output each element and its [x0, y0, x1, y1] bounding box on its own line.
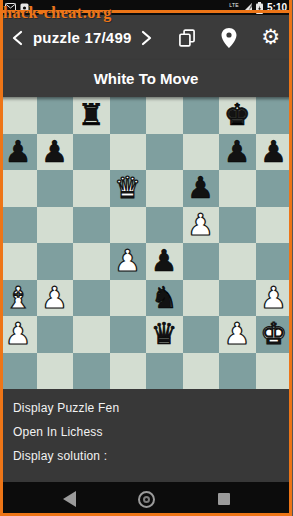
square-f6[interactable]: ♟: [183, 170, 220, 207]
square-d4[interactable]: ♟: [110, 243, 147, 280]
square-b2[interactable]: [37, 316, 74, 353]
square-c3[interactable]: [73, 280, 110, 317]
square-c5[interactable]: [73, 207, 110, 244]
square-e7[interactable]: [146, 134, 183, 171]
square-g3[interactable]: [219, 280, 256, 317]
square-d1[interactable]: [110, 353, 147, 390]
square-a2[interactable]: ♟: [0, 316, 37, 353]
black-rook[interactable]: ♜: [78, 100, 105, 130]
white-pawn[interactable]: ♟: [5, 319, 32, 349]
square-a8[interactable]: [0, 97, 37, 134]
square-e6[interactable]: [146, 170, 183, 207]
square-a7[interactable]: ♟: [0, 134, 37, 171]
square-h5[interactable]: [256, 207, 293, 244]
square-e3[interactable]: ♞: [146, 280, 183, 317]
square-h1[interactable]: [256, 353, 293, 390]
square-f2[interactable]: [183, 316, 220, 353]
white-pawn[interactable]: ♟: [260, 283, 287, 313]
square-d8[interactable]: [110, 97, 147, 134]
status-bar: LTE 5:10: [0, 0, 292, 15]
chess-board: ♜♚♟♟♟♟♛♟♟♟♟♝♟♞♟♟♛♟♚: [0, 97, 292, 389]
square-g2[interactable]: ♟: [219, 316, 256, 353]
square-e5[interactable]: [146, 207, 183, 244]
square-h3[interactable]: ♟: [256, 280, 293, 317]
square-h6[interactable]: [256, 170, 293, 207]
square-d7[interactable]: [110, 134, 147, 171]
square-h7[interactable]: ♟: [256, 134, 293, 171]
white-queen[interactable]: ♛: [114, 173, 141, 203]
square-b7[interactable]: ♟: [37, 134, 74, 171]
display-solution-button[interactable]: Display solution :: [13, 444, 292, 468]
email-notification-icon: [5, 3, 16, 12]
black-pawn[interactable]: ♟: [41, 137, 68, 167]
square-h2[interactable]: ♚: [256, 316, 293, 353]
square-f4[interactable]: [183, 243, 220, 280]
black-king[interactable]: ♚: [224, 100, 251, 130]
app-screen: LTE 5:10 puzzle 17/499 ⚙ White To Move ♜…: [0, 0, 292, 516]
square-b6[interactable]: [37, 170, 74, 207]
square-g6[interactable]: [219, 170, 256, 207]
square-d5[interactable]: [110, 207, 147, 244]
side-to-move-banner: White To Move: [0, 60, 292, 97]
puzzle-counter-title: puzzle 17/499: [33, 29, 131, 46]
black-pawn[interactable]: ♟: [5, 137, 32, 167]
square-g8[interactable]: ♚: [219, 97, 256, 134]
display-puzzle-fen-button[interactable]: Display Puzzle Fen: [13, 396, 292, 420]
white-pawn[interactable]: ♟: [41, 283, 68, 313]
copy-icon[interactable]: [177, 28, 197, 48]
square-c4[interactable]: [73, 243, 110, 280]
square-f8[interactable]: [183, 97, 220, 134]
next-puzzle-button[interactable]: [141, 30, 152, 46]
home-icon[interactable]: [138, 491, 155, 508]
square-f7[interactable]: [183, 134, 220, 171]
square-a3[interactable]: ♝: [0, 280, 37, 317]
square-b3[interactable]: ♟: [37, 280, 74, 317]
square-d6[interactable]: ♛: [110, 170, 147, 207]
square-h8[interactable]: [256, 97, 293, 134]
square-a1[interactable]: [0, 353, 37, 390]
puzzle-menu-panel: Display Puzzle Fen Open In Lichess Displ…: [0, 389, 292, 482]
home-icon-inner: [143, 496, 150, 503]
square-a4[interactable]: [0, 243, 37, 280]
recents-icon[interactable]: [218, 493, 230, 505]
signal-icon: [243, 3, 252, 12]
open-in-lichess-button[interactable]: Open In Lichess: [13, 420, 292, 444]
square-a6[interactable]: [0, 170, 37, 207]
battery-charging-icon: [256, 2, 263, 14]
location-pin-icon[interactable]: [221, 28, 237, 48]
square-f5[interactable]: ♟: [183, 207, 220, 244]
square-e1[interactable]: [146, 353, 183, 390]
app-notification-icon: [20, 3, 29, 13]
square-g1[interactable]: [219, 353, 256, 390]
square-b8[interactable]: [37, 97, 74, 134]
back-icon[interactable]: [63, 491, 76, 507]
square-b5[interactable]: [37, 207, 74, 244]
square-g7[interactable]: ♟: [219, 134, 256, 171]
square-c1[interactable]: [73, 353, 110, 390]
square-d2[interactable]: [110, 316, 147, 353]
previous-puzzle-button[interactable]: [12, 30, 23, 46]
square-c7[interactable]: [73, 134, 110, 171]
square-g4[interactable]: [219, 243, 256, 280]
square-a5[interactable]: [0, 207, 37, 244]
toolbar: puzzle 17/499 ⚙: [0, 15, 292, 60]
black-knight[interactable]: ♞: [151, 283, 178, 313]
square-b4[interactable]: [37, 243, 74, 280]
white-pawn[interactable]: ♟: [224, 319, 251, 349]
black-pawn[interactable]: ♟: [187, 173, 214, 203]
white-bishop[interactable]: ♝: [5, 283, 32, 313]
settings-gear-icon[interactable]: ⚙: [261, 27, 280, 48]
square-f1[interactable]: [183, 353, 220, 390]
square-c2[interactable]: [73, 316, 110, 353]
network-type-label: LTE: [229, 2, 239, 8]
white-king[interactable]: ♚: [260, 319, 287, 349]
clock: 5:10: [267, 0, 287, 15]
square-f3[interactable]: [183, 280, 220, 317]
black-queen[interactable]: ♛: [151, 319, 178, 349]
white-pawn[interactable]: ♟: [114, 246, 141, 276]
square-c8[interactable]: ♜: [73, 97, 110, 134]
white-pawn[interactable]: ♟: [187, 210, 214, 240]
square-e4[interactable]: ♟: [146, 243, 183, 280]
square-e2[interactable]: ♛: [146, 316, 183, 353]
black-pawn[interactable]: ♟: [151, 246, 178, 276]
black-pawn[interactable]: ♟: [224, 137, 251, 167]
square-g5[interactable]: [219, 207, 256, 244]
android-nav-bar: [0, 482, 292, 516]
square-h4[interactable]: [256, 243, 293, 280]
square-c6[interactable]: [73, 170, 110, 207]
black-pawn[interactable]: ♟: [260, 137, 287, 167]
square-e8[interactable]: [146, 97, 183, 134]
square-b1[interactable]: [37, 353, 74, 390]
square-d3[interactable]: [110, 280, 147, 317]
